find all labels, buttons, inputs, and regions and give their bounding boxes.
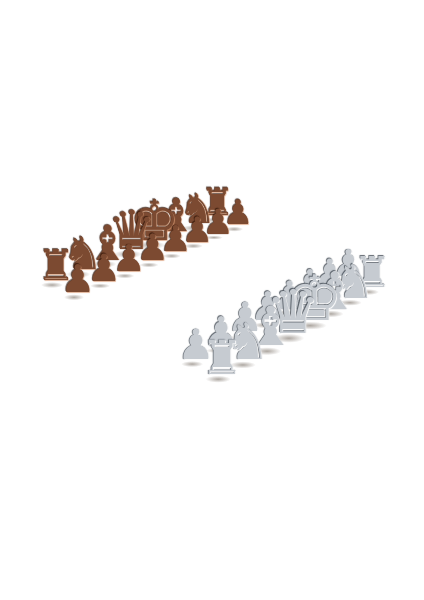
square-h2: [327, 272, 369, 293]
square-f5: [219, 259, 262, 280]
square-h8: [198, 213, 238, 230]
square-c7: [106, 266, 152, 288]
piece-copper-k-e8: ♚: [130, 193, 180, 249]
square-c3: [196, 314, 244, 339]
piece-silver-p-e2: ♟: [272, 276, 307, 315]
square-c8: [85, 255, 131, 276]
piece-copper-p-a7: ♟: [60, 261, 94, 299]
piece-silver-r-h1: ♜: [353, 252, 391, 294]
square-f7: [176, 238, 218, 257]
piece-shadow: [90, 284, 110, 289]
square-g2: [308, 282, 351, 304]
square-d2: [244, 315, 291, 340]
piece-silver-n-b1: ♞: [224, 317, 270, 368]
square-b2: [196, 339, 246, 366]
square-f2: [288, 292, 332, 315]
piece-shadow: [183, 225, 205, 231]
piece-copper-p-f7: ♟: [181, 212, 213, 247]
square-d4: [197, 290, 243, 313]
piece-shadow: [207, 348, 228, 354]
square-h5: [260, 241, 301, 260]
piece-silver-r-a1: ♜: [201, 335, 243, 382]
square-b3: [171, 326, 220, 352]
square-g5: [240, 250, 282, 270]
square-a3: [145, 338, 196, 366]
piece-shadow: [316, 288, 336, 293]
product-photo: ♜♟♞♟♝♟♚♟♛♟♝♟♟♞♜♟♟♜♞♟♟♝♟♚♟♛♟♝♟♞♟♜: [0, 0, 424, 600]
square-h6: [239, 231, 280, 250]
square-a7: [53, 287, 102, 311]
piece-shadow: [231, 335, 252, 341]
piece-copper-p-g7: ♟: [203, 204, 234, 239]
square-g8: [177, 220, 218, 238]
square-c6: [127, 278, 174, 301]
piece-shadow: [294, 321, 327, 330]
square-g7: [197, 230, 238, 249]
square-e3: [243, 291, 288, 314]
piece-silver-b-f1: ♝: [311, 266, 357, 318]
piece-shadow: [161, 233, 185, 239]
square-c2: [221, 326, 269, 352]
piece-shadow: [296, 299, 316, 304]
square-c5: [150, 289, 197, 313]
piece-shadow: [225, 227, 243, 232]
square-d5: [174, 279, 220, 302]
piece-shadow: [64, 295, 84, 300]
piece-shadow: [139, 263, 158, 268]
square-f4: [241, 270, 285, 291]
piece-copper-r-a8: ♜: [37, 245, 75, 287]
square-f8: [155, 229, 197, 248]
square-d7: [130, 257, 175, 278]
square-e7: [154, 247, 198, 267]
square-h4: [282, 251, 323, 271]
piece-copper-r-h8: ♜: [201, 184, 234, 221]
piece-silver-k-e1: ♚: [286, 267, 342, 330]
piece-silver-b-c1: ♝: [246, 300, 295, 354]
square-e1: [291, 315, 337, 340]
square-b7: [80, 277, 127, 300]
chess-scene: ♜♟♞♟♝♟♚♟♛♟♝♟♟♞♜♟♟♜♞♟♟♝♟♚♟♛♟♝♟♞♟♜: [0, 0, 424, 600]
board-edge: [4, 215, 417, 427]
square-h7: [218, 222, 258, 240]
piece-copper-p-c7: ♟: [112, 240, 145, 277]
piece-shadow: [338, 299, 362, 306]
piece-silver-p-a2: ♟: [177, 325, 214, 367]
piece-copper-p-d7: ♟: [136, 230, 169, 267]
square-e2: [267, 303, 313, 327]
square-f6: [197, 249, 240, 269]
board-gloss: [6, 203, 414, 412]
square-b4: [148, 313, 197, 339]
piece-copper-n-b8: ♞: [62, 231, 103, 276]
piece-shadow: [114, 251, 142, 259]
square-d1: [269, 327, 316, 353]
square-a5: [98, 312, 148, 338]
piece-silver-q-d1: ♛: [266, 282, 320, 343]
piece-silver-p-h2: ♟: [332, 245, 365, 282]
piece-shadow: [206, 376, 231, 383]
square-g4: [262, 260, 304, 281]
square-c4: [173, 301, 220, 325]
piece-shadow: [91, 261, 116, 268]
piece-copper-b-f8: ♝: [156, 193, 197, 239]
square-d3: [220, 302, 267, 326]
square-a4: [121, 325, 171, 352]
piece-shadow: [253, 347, 281, 355]
square-h3: [304, 262, 346, 282]
piece-shadow: [41, 282, 63, 288]
piece-silver-p-d2: ♟: [250, 287, 286, 327]
square-e8: [133, 237, 176, 257]
piece-shadow: [205, 235, 223, 240]
square-g1: [332, 293, 375, 316]
piece-shadow: [254, 322, 275, 328]
square-a6: [75, 300, 124, 325]
piece-shadow: [357, 289, 379, 295]
square-g3: [285, 271, 328, 292]
piece-shadow: [317, 310, 344, 317]
square-d8: [109, 246, 153, 266]
square-a8: [32, 275, 80, 298]
piece-copper-n-g8: ♞: [179, 188, 216, 229]
board-squares: [32, 213, 394, 397]
square-e4: [219, 280, 264, 302]
square-d6: [152, 268, 197, 290]
square-b1: [222, 353, 272, 382]
square-e5: [197, 269, 241, 291]
square-f3: [264, 281, 308, 303]
square-c1: [246, 340, 295, 367]
piece-shadow: [275, 310, 295, 315]
chess-board: [5, 203, 416, 413]
square-b8: [59, 265, 106, 287]
piece-silver-p-b2: ♟: [203, 312, 240, 353]
piece-shadow: [273, 334, 304, 342]
square-b5: [124, 300, 172, 325]
piece-shadow: [230, 361, 256, 368]
square-a2: [170, 352, 222, 381]
piece-copper-q-d8: ♛: [108, 204, 156, 258]
piece-shadows: [0, 0, 424, 600]
square-a1: [196, 366, 248, 396]
piece-shadow: [115, 273, 134, 278]
piece-shadow: [67, 271, 91, 277]
square-h1: [351, 283, 393, 305]
piece-copper-p-b7: ♟: [87, 250, 121, 288]
piece-copper-b-c8: ♝: [86, 219, 129, 267]
square-f1: [312, 304, 357, 328]
piece-shadow: [335, 278, 354, 283]
piece-silver-p-g2: ♟: [313, 255, 347, 293]
piece-shadow: [204, 217, 223, 222]
piece-silver-n-g1: ♞: [333, 258, 375, 305]
piece-copper-p-h7: ♟: [223, 196, 253, 230]
piece-silver-p-f2: ♟: [293, 265, 327, 303]
piece-shadow: [184, 244, 202, 249]
square-b6: [102, 288, 150, 312]
piece-shadow: [136, 241, 165, 249]
piece-silver-p-c2: ♟: [227, 299, 263, 339]
piece-shadow: [162, 253, 181, 258]
pieces-layer: ♜♟♞♟♝♟♚♟♛♟♝♟♟♞♜♟♟♜♞♟♟♝♟♚♟♛♟♝♟♞♟♜: [0, 0, 424, 600]
square-g6: [218, 240, 260, 259]
piece-copper-p-e7: ♟: [159, 221, 191, 257]
piece-shadow: [181, 362, 203, 368]
square-e6: [175, 258, 219, 279]
